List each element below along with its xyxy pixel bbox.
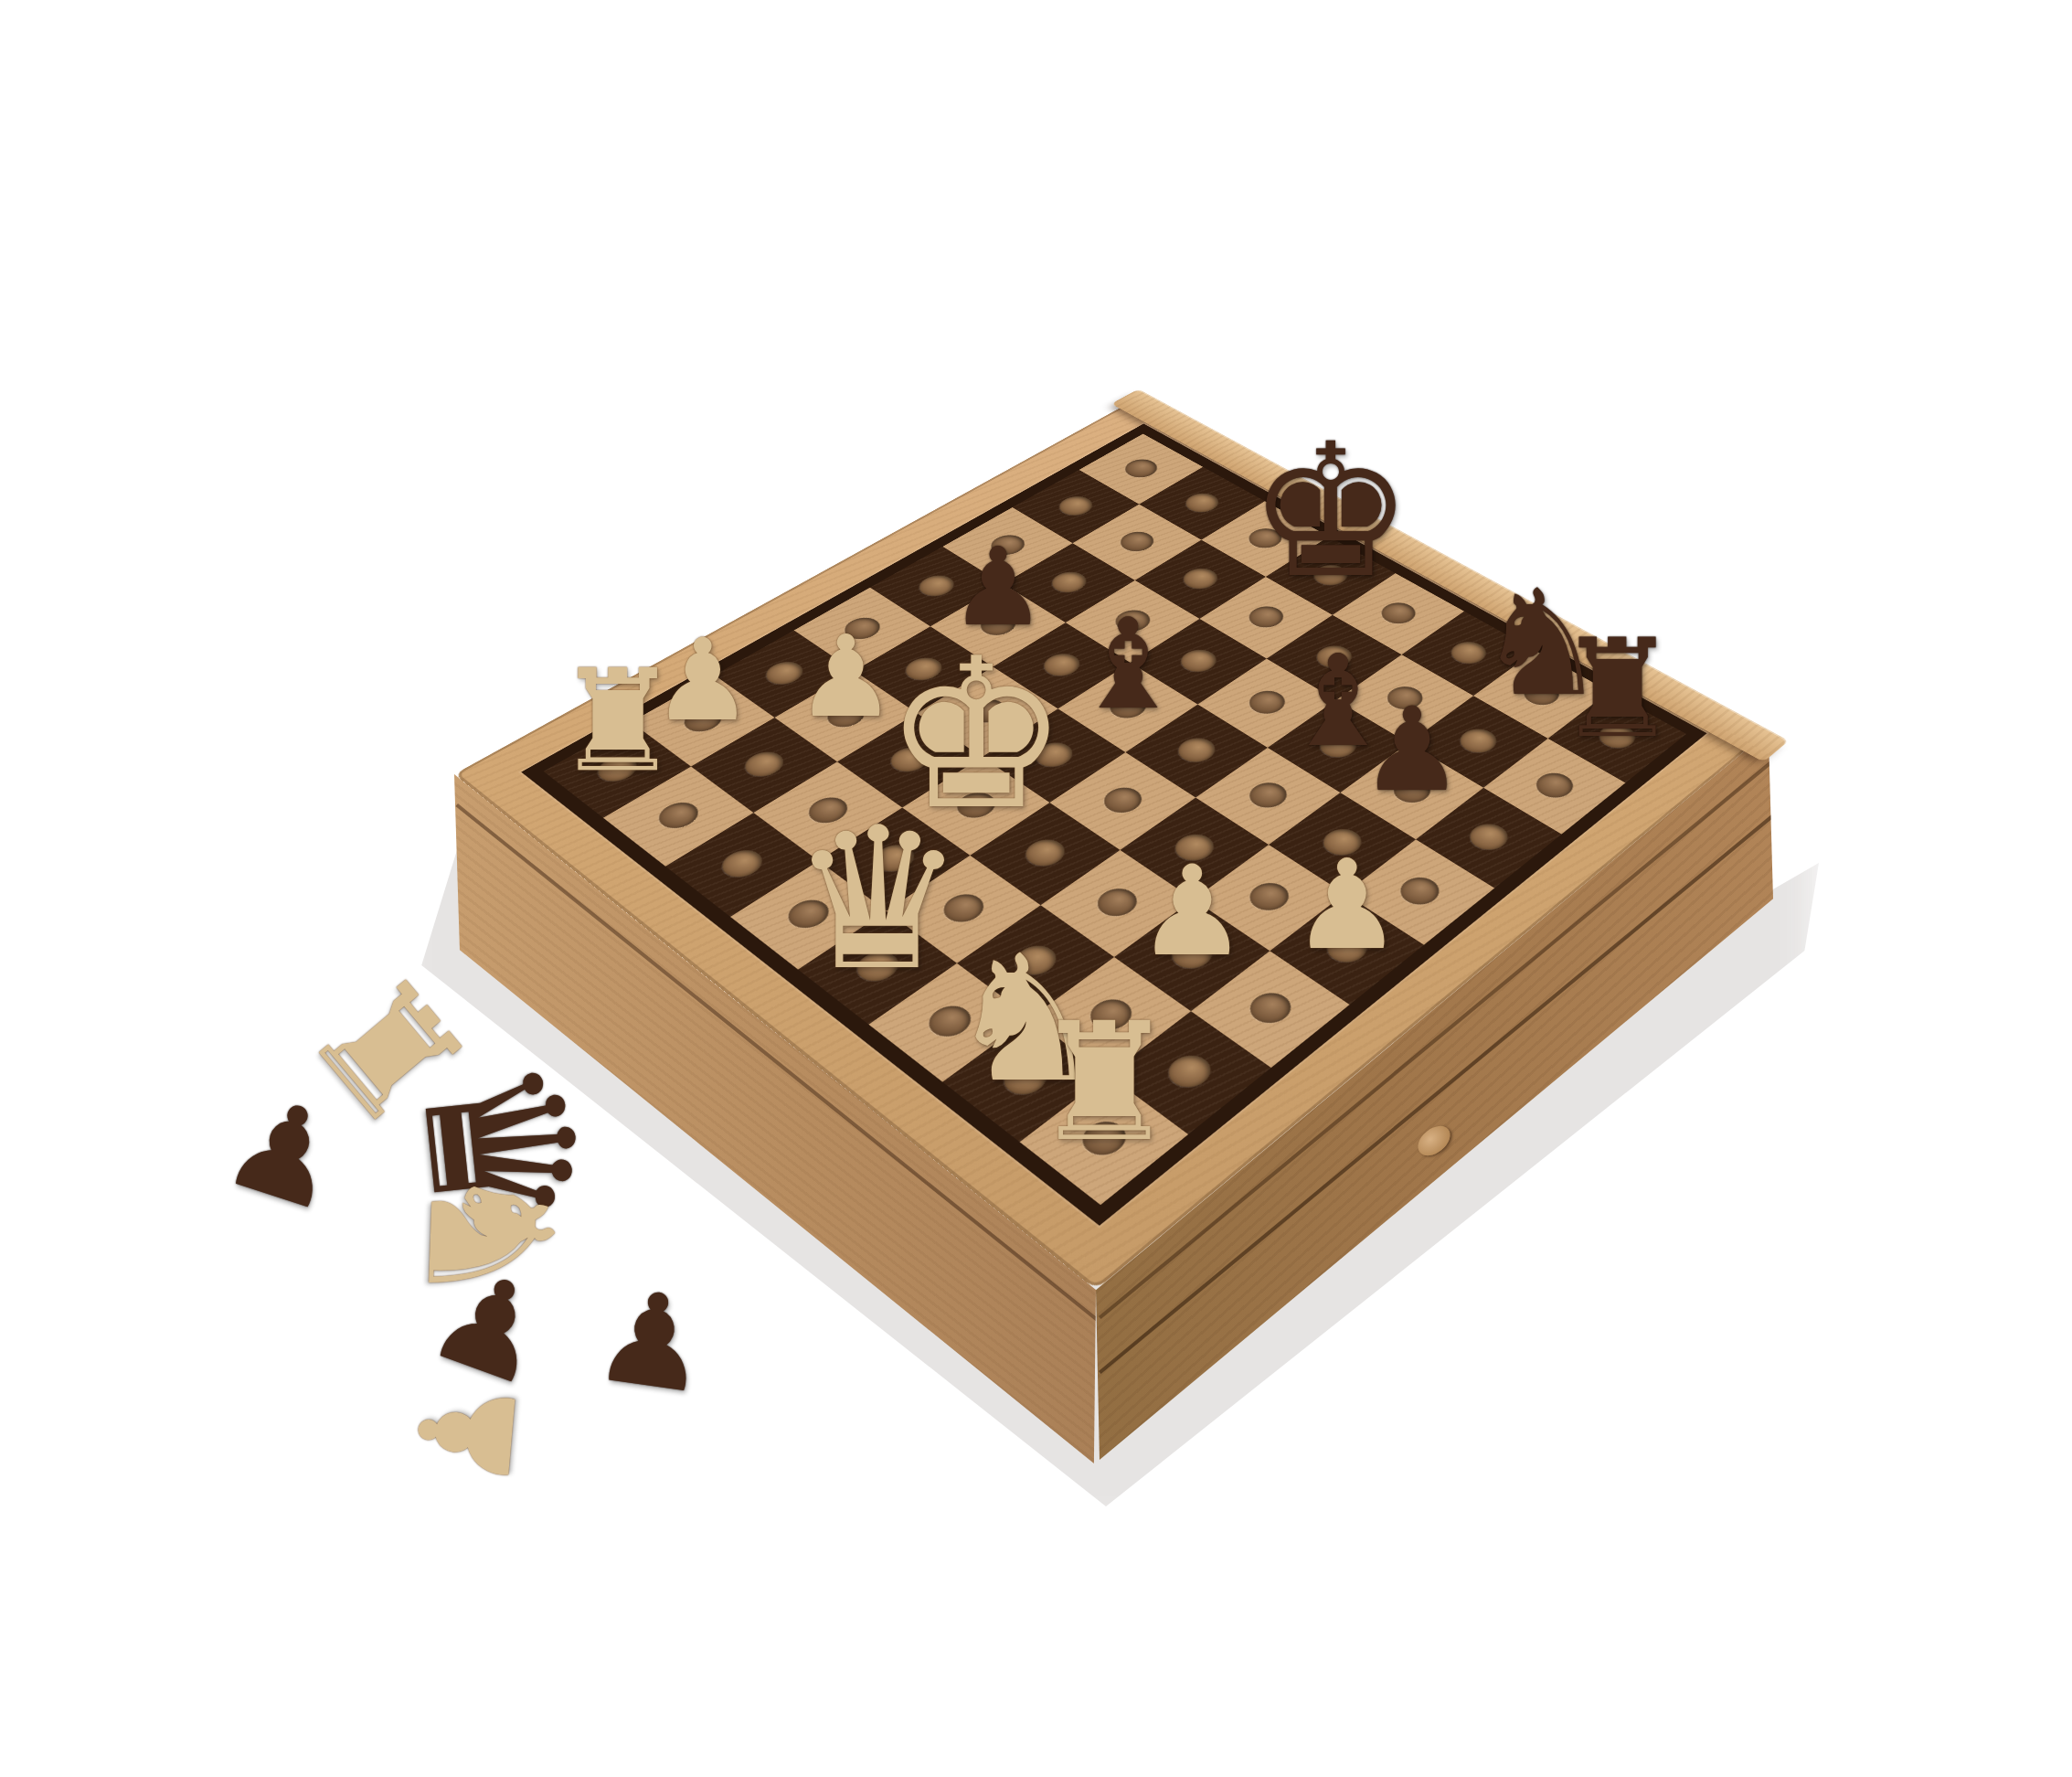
peg-hole-g5 bbox=[1316, 824, 1369, 860]
peg-hole-c8 bbox=[1242, 525, 1288, 552]
peg-hole-a3 bbox=[760, 657, 810, 688]
peg-hole-g3 bbox=[1164, 934, 1220, 974]
peg-hole-c2 bbox=[802, 793, 855, 828]
peg-hole-e5 bbox=[1171, 733, 1222, 767]
peg-hole-a7 bbox=[1053, 493, 1099, 519]
peg-hole-d5 bbox=[1103, 690, 1153, 722]
peg-hole-b8 bbox=[1180, 490, 1226, 516]
peg-hole-c6 bbox=[1109, 606, 1157, 635]
peg-hole-g1 bbox=[995, 1056, 1055, 1101]
peg-hole-d2 bbox=[867, 840, 922, 878]
peg-hole-a1 bbox=[590, 751, 643, 786]
peg-hole-d7 bbox=[1242, 602, 1290, 632]
peg-hole-g7 bbox=[1453, 724, 1504, 757]
peg-hole-b2 bbox=[738, 747, 791, 781]
peg-hole-e8 bbox=[1375, 599, 1422, 628]
peg-hole-g2 bbox=[1082, 994, 1140, 1036]
peg-hole-c3 bbox=[884, 742, 936, 776]
peg-hole-a6 bbox=[984, 531, 1031, 559]
peg-hole-e7 bbox=[1310, 642, 1358, 672]
peg-hole-c5 bbox=[1037, 649, 1087, 680]
peg-hole-a4 bbox=[838, 613, 887, 644]
peg-hole-f8 bbox=[1445, 637, 1493, 667]
peg-hole-e1 bbox=[849, 946, 907, 987]
peg-hole-d6 bbox=[1174, 645, 1224, 676]
peg-hole-g8 bbox=[1517, 678, 1567, 710]
peg-hole-d4 bbox=[1028, 738, 1080, 771]
photo-scene: { "game": "chess", "board_size": "8x8", … bbox=[0, 0, 2072, 1777]
peg-hole-d3 bbox=[950, 788, 1003, 824]
peg-hole-h1 bbox=[1074, 1115, 1134, 1162]
peg-hole-b4 bbox=[898, 654, 949, 685]
peg-hole-f2 bbox=[1007, 940, 1064, 980]
peg-hole-f6 bbox=[1312, 729, 1363, 761]
peg-hole-f1 bbox=[920, 1000, 979, 1043]
peg-hole-h7 bbox=[1529, 768, 1580, 803]
peg-hole-f4 bbox=[1168, 829, 1222, 866]
peg-hole-b6 bbox=[1046, 568, 1093, 596]
scene: ♚♞♜♝♟♟♝♟♟♚♟♟♜♛♞♜♜♟♛♞♟♟♟ bbox=[0, 0, 2072, 1777]
peg-hole-b5 bbox=[973, 610, 1022, 640]
peg-hole-h3 bbox=[1242, 987, 1299, 1029]
loose-piece-white-pawn-6: ♟ bbox=[399, 1370, 537, 1496]
peg-hole-h2 bbox=[1160, 1049, 1218, 1093]
loose-piece-white-knight-3: ♞ bbox=[401, 1156, 577, 1314]
drawer-knob bbox=[1412, 1120, 1455, 1161]
peg-hole-e4 bbox=[1097, 782, 1149, 817]
peg-hole-b1 bbox=[652, 797, 706, 833]
peg-hole-c1 bbox=[715, 845, 770, 882]
peg-hole-a8 bbox=[1119, 456, 1164, 482]
chess-board bbox=[454, 394, 1769, 1290]
peg-hole-e6 bbox=[1242, 686, 1292, 718]
peg-hole-e2 bbox=[936, 888, 992, 927]
peg-hole-f3 bbox=[1089, 883, 1144, 921]
peg-hole-h5 bbox=[1393, 872, 1447, 910]
peg-hole-f5 bbox=[1242, 778, 1294, 813]
peg-hole-a5 bbox=[913, 571, 961, 600]
peg-hole-g6 bbox=[1387, 773, 1438, 808]
peg-hole-f7 bbox=[1380, 682, 1429, 714]
loose-piece-black-pawn-5: ♟ bbox=[587, 1271, 718, 1414]
peg-hole-e3 bbox=[1018, 835, 1072, 871]
peg-hole-g4 bbox=[1242, 878, 1297, 916]
peg-hole-h8 bbox=[1592, 720, 1642, 753]
peg-hole-b3 bbox=[820, 699, 871, 732]
peg-hole-c4 bbox=[962, 695, 1014, 728]
peg-hole-h4 bbox=[1319, 928, 1375, 968]
loose-piece-black-pawn-1: ♟ bbox=[210, 1075, 359, 1232]
peg-hole-h6 bbox=[1462, 819, 1514, 856]
peg-hole-c7 bbox=[1177, 564, 1225, 592]
peg-hole-d1 bbox=[781, 895, 836, 934]
peg-hole-d8 bbox=[1307, 561, 1354, 590]
loose-piece-black-pawn-4: ♟ bbox=[415, 1248, 567, 1408]
peg-hole-a2 bbox=[677, 704, 729, 737]
peg-hole-b7 bbox=[1114, 528, 1161, 556]
